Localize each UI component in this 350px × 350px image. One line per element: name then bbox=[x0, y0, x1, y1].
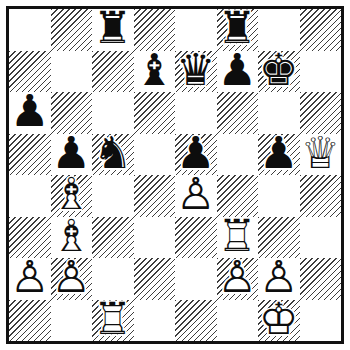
square-c5[interactable]: ♞ bbox=[92, 134, 134, 176]
piece-black-queen: ♛ bbox=[175, 51, 217, 93]
square-b7[interactable] bbox=[51, 51, 93, 93]
piece-white-king: ♚♔ bbox=[258, 300, 300, 342]
square-a5[interactable] bbox=[9, 134, 51, 176]
square-d1[interactable] bbox=[134, 300, 176, 342]
square-e4[interactable]: ♟♙ bbox=[175, 175, 217, 217]
white-pawn-outline-glyph: ♙ bbox=[9, 258, 51, 300]
black-pawn-glyph: ♟ bbox=[9, 92, 51, 134]
piece-white-pawn: ♟♙ bbox=[9, 258, 51, 300]
square-g1[interactable]: ♚♔ bbox=[258, 300, 300, 342]
square-h2[interactable] bbox=[300, 258, 342, 300]
square-h7[interactable] bbox=[300, 51, 342, 93]
piece-white-pawn: ♟♙ bbox=[51, 258, 93, 300]
piece-white-pawn: ♟♙ bbox=[217, 258, 259, 300]
square-h4[interactable] bbox=[300, 175, 342, 217]
square-a1[interactable] bbox=[9, 300, 51, 342]
square-b1[interactable] bbox=[51, 300, 93, 342]
white-queen-outline-glyph: ♕ bbox=[300, 134, 342, 176]
piece-black-rook: ♜ bbox=[92, 9, 134, 51]
square-h3[interactable] bbox=[300, 217, 342, 259]
square-d7[interactable]: ♝ bbox=[134, 51, 176, 93]
square-h5[interactable]: ♛♕ bbox=[300, 134, 342, 176]
piece-white-queen: ♛♕ bbox=[300, 134, 342, 176]
chess-diagram: ♜♜♝♛♟♚♟♟♞♟♟♛♕♝♗♟♙♝♗♜♖♟♙♟♙♟♙♟♙♜♖♚♔ bbox=[6, 6, 344, 344]
black-queen-glyph: ♛ bbox=[175, 51, 217, 93]
square-e2[interactable] bbox=[175, 258, 217, 300]
square-e1[interactable] bbox=[175, 300, 217, 342]
white-king-outline-glyph: ♔ bbox=[258, 300, 300, 342]
piece-white-pawn: ♟♙ bbox=[175, 175, 217, 217]
square-f1[interactable] bbox=[217, 300, 259, 342]
chess-board: ♜♜♝♛♟♚♟♟♞♟♟♛♕♝♗♟♙♝♗♜♖♟♙♟♙♟♙♟♙♜♖♚♔ bbox=[6, 6, 344, 344]
square-f6[interactable] bbox=[217, 92, 259, 134]
piece-black-knight: ♞ bbox=[92, 134, 134, 176]
piece-black-king: ♚ bbox=[258, 51, 300, 93]
black-knight-glyph: ♞ bbox=[92, 134, 134, 176]
square-f5[interactable] bbox=[217, 134, 259, 176]
square-f2[interactable]: ♟♙ bbox=[217, 258, 259, 300]
square-f7[interactable]: ♟ bbox=[217, 51, 259, 93]
square-e3[interactable] bbox=[175, 217, 217, 259]
square-c1[interactable]: ♜♖ bbox=[92, 300, 134, 342]
black-bishop-glyph: ♝ bbox=[134, 51, 176, 93]
square-c8[interactable]: ♜ bbox=[92, 9, 134, 51]
white-pawn-outline-glyph: ♙ bbox=[217, 258, 259, 300]
black-pawn-glyph: ♟ bbox=[217, 51, 259, 93]
square-h1[interactable] bbox=[300, 300, 342, 342]
square-d4[interactable] bbox=[134, 175, 176, 217]
square-e7[interactable]: ♛ bbox=[175, 51, 217, 93]
piece-black-pawn: ♟ bbox=[258, 134, 300, 176]
square-a2[interactable]: ♟♙ bbox=[9, 258, 51, 300]
square-b2[interactable]: ♟♙ bbox=[51, 258, 93, 300]
square-c3[interactable] bbox=[92, 217, 134, 259]
piece-black-pawn: ♟ bbox=[217, 51, 259, 93]
black-king-glyph: ♚ bbox=[258, 51, 300, 93]
white-rook-outline-glyph: ♖ bbox=[92, 300, 134, 342]
black-pawn-glyph: ♟ bbox=[258, 134, 300, 176]
square-g4[interactable] bbox=[258, 175, 300, 217]
square-d6[interactable] bbox=[134, 92, 176, 134]
piece-black-pawn: ♟ bbox=[9, 92, 51, 134]
square-d3[interactable] bbox=[134, 217, 176, 259]
square-a6[interactable]: ♟ bbox=[9, 92, 51, 134]
square-b8[interactable] bbox=[51, 9, 93, 51]
piece-black-bishop: ♝ bbox=[134, 51, 176, 93]
square-a8[interactable] bbox=[9, 9, 51, 51]
white-pawn-outline-glyph: ♙ bbox=[175, 175, 217, 217]
square-c4[interactable] bbox=[92, 175, 134, 217]
black-rook-glyph: ♜ bbox=[92, 9, 134, 51]
square-g5[interactable]: ♟ bbox=[258, 134, 300, 176]
white-pawn-outline-glyph: ♙ bbox=[51, 258, 93, 300]
piece-white-rook: ♜♖ bbox=[92, 300, 134, 342]
square-h8[interactable] bbox=[300, 9, 342, 51]
square-d5[interactable] bbox=[134, 134, 176, 176]
square-d2[interactable] bbox=[134, 258, 176, 300]
square-c7[interactable] bbox=[92, 51, 134, 93]
square-g7[interactable]: ♚ bbox=[258, 51, 300, 93]
square-a4[interactable] bbox=[9, 175, 51, 217]
